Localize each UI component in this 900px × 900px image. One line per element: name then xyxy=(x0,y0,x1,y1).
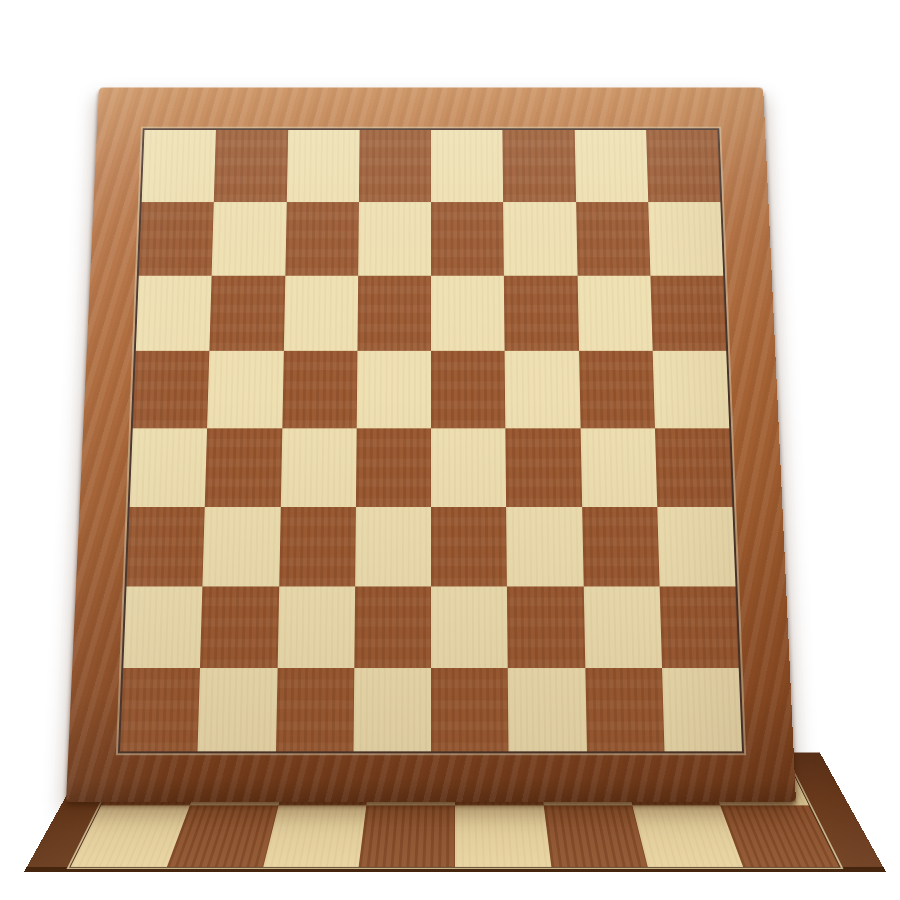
square-g1[interactable] xyxy=(585,668,664,751)
square-b6[interactable] xyxy=(210,276,285,351)
square-e3[interactable] xyxy=(431,506,507,586)
square-e7[interactable] xyxy=(431,202,504,276)
square-d5[interactable] xyxy=(356,351,431,428)
square-f7[interactable] xyxy=(503,202,577,276)
square-d7[interactable] xyxy=(358,202,431,276)
square-a6[interactable] xyxy=(136,276,212,351)
square-f4[interactable] xyxy=(506,428,582,506)
square-b1[interactable] xyxy=(198,668,277,751)
square-g7[interactable] xyxy=(576,202,651,276)
square-d4[interactable] xyxy=(356,428,431,506)
square-e8[interactable] xyxy=(431,130,503,202)
square-c4[interactable] xyxy=(280,428,356,506)
square-a1[interactable] xyxy=(120,668,200,751)
square-h3[interactable] xyxy=(657,506,735,586)
square-b5[interactable] xyxy=(207,351,283,428)
standing-chessboard xyxy=(66,88,796,802)
square-h5[interactable] xyxy=(652,351,729,428)
square-h7[interactable] xyxy=(648,202,723,276)
square-c1[interactable] xyxy=(275,668,354,751)
square-f1[interactable] xyxy=(508,668,587,751)
square-g3[interactable] xyxy=(582,506,660,586)
square-h2[interactable] xyxy=(659,586,738,668)
square-h6[interactable] xyxy=(650,276,726,351)
square-g6[interactable] xyxy=(577,276,652,351)
square-b7[interactable] xyxy=(212,202,287,276)
square-d2[interactable] xyxy=(354,586,431,668)
square-h8[interactable] xyxy=(646,130,720,202)
square-b3[interactable] xyxy=(203,506,281,586)
square-e2[interactable] xyxy=(431,586,508,668)
square-f3[interactable] xyxy=(506,506,583,586)
square-g8[interactable] xyxy=(574,130,648,202)
lying-board-square xyxy=(263,805,367,867)
square-g4[interactable] xyxy=(580,428,657,506)
square-a5[interactable] xyxy=(133,351,210,428)
playing-area xyxy=(120,130,742,751)
square-f6[interactable] xyxy=(504,276,579,351)
square-a8[interactable] xyxy=(142,130,216,202)
square-a3[interactable] xyxy=(127,506,205,586)
square-d8[interactable] xyxy=(359,130,431,202)
square-a4[interactable] xyxy=(130,428,208,506)
square-b4[interactable] xyxy=(205,428,282,506)
lying-board-square xyxy=(455,805,551,867)
square-c2[interactable] xyxy=(277,586,355,668)
square-c3[interactable] xyxy=(279,506,356,586)
square-f5[interactable] xyxy=(505,351,580,428)
square-g2[interactable] xyxy=(583,586,662,668)
square-d3[interactable] xyxy=(355,506,431,586)
lying-board-square xyxy=(543,805,647,867)
square-c8[interactable] xyxy=(286,130,359,202)
lying-board-square xyxy=(359,805,455,867)
square-c5[interactable] xyxy=(282,351,357,428)
square-h1[interactable] xyxy=(662,668,742,751)
square-a7[interactable] xyxy=(139,202,214,276)
square-h4[interactable] xyxy=(655,428,733,506)
square-d1[interactable] xyxy=(353,668,431,751)
square-d6[interactable] xyxy=(357,276,431,351)
square-c7[interactable] xyxy=(285,202,359,276)
square-a2[interactable] xyxy=(123,586,202,668)
square-b2[interactable] xyxy=(200,586,279,668)
photo-background xyxy=(0,0,900,900)
square-e6[interactable] xyxy=(431,276,505,351)
square-f8[interactable] xyxy=(503,130,576,202)
square-b8[interactable] xyxy=(214,130,288,202)
square-e4[interactable] xyxy=(431,428,506,506)
square-f2[interactable] xyxy=(507,586,585,668)
square-c6[interactable] xyxy=(283,276,358,351)
square-g5[interactable] xyxy=(579,351,655,428)
square-e5[interactable] xyxy=(431,351,506,428)
square-e1[interactable] xyxy=(431,668,509,751)
